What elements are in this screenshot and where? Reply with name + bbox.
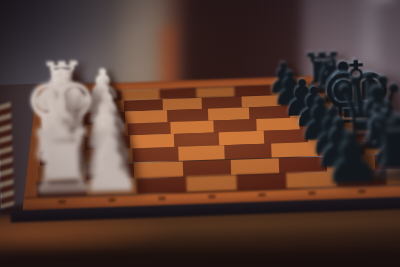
square-h2 <box>84 91 122 102</box>
background-gradient <box>0 0 400 267</box>
background-dark-shelf <box>184 0 302 267</box>
table-warm-glow <box>0 210 178 261</box>
background-warm-streak <box>160 24 176 102</box>
piece-white-rook-h1: ♜ <box>38 55 87 109</box>
square-b7 <box>327 154 376 171</box>
piece-white-rook-a1: ♜ <box>22 117 103 206</box>
square-e6 <box>256 117 299 131</box>
board-row <box>46 83 346 103</box>
piece-black-queen-d8: ♛ <box>331 63 400 151</box>
chess-pieces-layer: ♜♞♝♚♛♝♞♜♟♟♟♟♟♟♟♟♟♟♟♟♟♟♟♟♜♞♝♚♛♝♞♜ <box>0 0 400 267</box>
piece-black-pawn-g7: ♟ <box>269 65 312 112</box>
board-row <box>40 126 397 152</box>
square-d5 <box>219 131 264 146</box>
piece-white-pawn-b2: ♟ <box>77 119 138 187</box>
square-h3 <box>121 89 159 100</box>
square-e5 <box>213 119 256 133</box>
piece-black-pawn-f7: ♟ <box>279 72 326 124</box>
square-g2 <box>84 101 124 113</box>
board-center-glow <box>0 71 400 215</box>
piece-black-knight-g8: ♞ <box>308 50 364 112</box>
square-b6 <box>279 156 328 173</box>
square-a1 <box>36 179 87 197</box>
board-row <box>42 114 385 138</box>
square-d7 <box>308 128 353 143</box>
board-row <box>43 103 372 126</box>
square-c6 <box>271 142 318 158</box>
square-f1 <box>43 113 84 126</box>
board-front-edge-shadow <box>10 196 400 223</box>
square-f4 <box>166 109 207 122</box>
background-light-pillar <box>360 0 380 108</box>
background-tan-band <box>118 0 166 267</box>
board-side-checker-inlay <box>0 102 14 209</box>
piece-black-pawn-d7: ♟ <box>295 90 349 150</box>
square-h1 <box>46 92 84 103</box>
square-h4 <box>159 88 197 99</box>
vignette-overlay <box>0 0 400 267</box>
square-c3 <box>132 147 179 163</box>
square-b8 <box>375 153 400 170</box>
piece-white-king-e1: ♚ <box>22 60 102 148</box>
square-h6 <box>234 85 272 96</box>
square-a6 <box>286 171 337 189</box>
board-row <box>39 139 400 166</box>
piece-white-bishop-c1: ♝ <box>20 88 99 176</box>
piece-white-queen-d1: ♛ <box>23 73 102 161</box>
piece-black-pawn-h7: ♟ <box>264 58 303 101</box>
square-c1 <box>39 150 86 166</box>
border-coordinate-mark <box>108 198 116 202</box>
square-e7 <box>299 116 342 130</box>
square-g4 <box>163 98 203 110</box>
piece-black-pawn-e7: ♟ <box>290 80 340 136</box>
piece-black-bishop-c8: ♝ <box>339 77 400 165</box>
square-g7 <box>280 94 320 106</box>
square-e2 <box>85 123 128 137</box>
piece-black-king-e8: ♚ <box>317 49 397 137</box>
square-d6 <box>263 129 308 144</box>
square-f3 <box>125 110 166 123</box>
wooden-table <box>0 195 400 267</box>
board-border-left <box>12 85 52 211</box>
border-coordinate-mark <box>158 196 166 200</box>
chess-board <box>0 0 400 267</box>
piece-white-bishop-f1: ♝ <box>33 63 97 134</box>
piece-black-knight-b8: ♞ <box>352 91 400 179</box>
square-d4 <box>174 132 219 147</box>
square-a5 <box>236 173 287 191</box>
piece-white-knight-b1: ♞ <box>21 102 101 190</box>
piece-white-pawn-f2: ♟ <box>81 79 128 131</box>
border-coordinate-mark <box>58 200 66 204</box>
square-a3 <box>136 176 187 194</box>
board-row <box>38 153 400 181</box>
square-a2 <box>86 178 137 196</box>
square-h8 <box>309 83 347 94</box>
square-h7 <box>271 84 309 95</box>
chess-photo-scene: ♜♞♝♚♛♝♞♜♟♟♟♟♟♟♟♟♟♟♟♟♟♟♟♟♜♞♝♚♛♝♞♜ <box>0 0 400 267</box>
border-coordinate-mark <box>358 189 366 193</box>
square-d1 <box>40 137 85 152</box>
piece-white-pawn-d2: ♟ <box>79 97 133 157</box>
square-b5 <box>230 158 279 175</box>
piece-white-pawn-e2: ♟ <box>83 88 133 144</box>
square-c7 <box>317 141 364 157</box>
piece-black-pawn-b7: ♟ <box>310 111 371 179</box>
board-perspective-group: ♜♞♝♚♛♝♞♜♟♟♟♟♟♟♟♟♟♟♟♟♟♟♟♟♜♞♝♚♛♝♞♜ <box>0 0 400 267</box>
square-c5 <box>225 144 272 160</box>
square-f8 <box>331 103 372 116</box>
square-e8 <box>342 114 385 128</box>
blurred-background <box>0 0 400 267</box>
border-coordinate-mark <box>308 191 316 195</box>
square-b1 <box>38 164 87 181</box>
board-border-far <box>36 75 356 94</box>
piece-white-knight-g1: ♞ <box>36 59 92 121</box>
piece-black-pawn-c7: ♟ <box>305 100 363 164</box>
square-d8 <box>353 126 398 141</box>
board-left-shadow <box>0 71 400 215</box>
border-coordinate-mark <box>208 194 216 198</box>
border-coordinate-mark <box>258 193 266 197</box>
square-b2 <box>86 163 135 180</box>
square-b4 <box>182 159 231 176</box>
board-border-near <box>25 182 400 211</box>
square-g1 <box>45 102 85 114</box>
square-g6 <box>241 95 281 107</box>
square-f2 <box>84 112 125 125</box>
piece-white-pawn-h2: ♟ <box>84 64 123 107</box>
square-f5 <box>208 107 249 120</box>
square-g3 <box>123 99 163 111</box>
piece-white-pawn-a2: ♟ <box>78 131 143 203</box>
square-h5 <box>196 87 234 98</box>
square-f6 <box>249 106 290 119</box>
foreground-blur <box>0 251 400 267</box>
square-c4 <box>178 145 225 161</box>
piece-black-bishop-f8: ♝ <box>312 53 376 124</box>
piece-black-rook-h8: ♜ <box>298 46 347 100</box>
square-e4 <box>170 120 213 134</box>
square-b3 <box>134 161 183 178</box>
piece-black-pawn-a7: ♟ <box>320 123 385 195</box>
piece-white-pawn-c2: ♟ <box>80 108 138 172</box>
piece-white-pawn-g2: ♟ <box>80 71 123 118</box>
square-c8 <box>364 139 400 155</box>
square-d2 <box>85 135 130 150</box>
background-dark-corner <box>0 0 148 98</box>
square-e1 <box>42 125 85 139</box>
square-a4 <box>186 174 237 192</box>
board-row <box>36 167 400 197</box>
square-g5 <box>202 97 242 109</box>
square-d3 <box>130 134 175 149</box>
square-a8 <box>386 167 400 185</box>
square-a7 <box>336 169 387 187</box>
square-f7 <box>290 104 331 117</box>
board-row <box>45 92 359 114</box>
piece-black-rook-a8: ♜ <box>360 105 400 194</box>
square-c2 <box>85 149 132 165</box>
square-g8 <box>320 92 360 104</box>
square-e3 <box>128 122 171 136</box>
